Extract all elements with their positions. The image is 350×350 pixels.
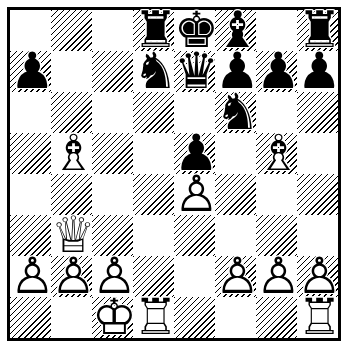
piece-outline-glyph: ♗ xyxy=(51,133,92,174)
square-c7[interactable] xyxy=(92,51,133,92)
piece-outline-glyph: ♖ xyxy=(297,297,338,338)
piece-fill-glyph: ♝ xyxy=(256,133,297,174)
square-c2[interactable]: ♟♙ xyxy=(92,256,133,297)
black-pawn-icon[interactable]: ♟ xyxy=(297,51,338,92)
square-f6[interactable]: ♞ xyxy=(215,92,256,133)
square-g6[interactable] xyxy=(256,92,297,133)
square-b4[interactable] xyxy=(51,174,92,215)
black-knight-icon[interactable]: ♞ xyxy=(133,51,174,92)
piece-fill-glyph: ♞ xyxy=(215,92,256,133)
piece-fill-glyph: ♟ xyxy=(174,133,215,174)
square-e2[interactable] xyxy=(174,256,215,297)
black-pawn-icon[interactable]: ♟ xyxy=(256,51,297,92)
square-h8[interactable]: ♜ xyxy=(297,10,338,51)
square-e5[interactable]: ♟ xyxy=(174,133,215,174)
chess-diagram-page: ♜♚♝♜♟♞♛♟♟♟♞♝♗♟♝♗♟♙♛♕♟♙♟♙♟♙♟♙♟♙♟♙♚♔♜♖♜♖ xyxy=(0,0,350,350)
piece-fill-glyph: ♟ xyxy=(174,174,215,215)
square-a5[interactable] xyxy=(10,133,51,174)
white-bishop-icon[interactable]: ♝♗ xyxy=(51,133,92,174)
black-knight-icon[interactable]: ♞ xyxy=(215,92,256,133)
white-rook-icon[interactable]: ♜♖ xyxy=(297,297,338,338)
square-h7[interactable]: ♟ xyxy=(297,51,338,92)
piece-fill-glyph: ♜ xyxy=(133,10,174,51)
piece-outline-glyph: ♙ xyxy=(215,256,256,297)
piece-outline-glyph: ♖ xyxy=(133,297,174,338)
square-h1[interactable]: ♜♖ xyxy=(297,297,338,338)
black-king-icon[interactable]: ♚ xyxy=(174,10,215,51)
square-b1[interactable] xyxy=(51,297,92,338)
square-h6[interactable] xyxy=(297,92,338,133)
chess-board: ♜♚♝♜♟♞♛♟♟♟♞♝♗♟♝♗♟♙♛♕♟♙♟♙♟♙♟♙♟♙♟♙♚♔♜♖♜♖ xyxy=(7,7,341,341)
square-d6[interactable] xyxy=(133,92,174,133)
square-e3[interactable] xyxy=(174,215,215,256)
white-pawn-icon[interactable]: ♟♙ xyxy=(215,256,256,297)
piece-outline-glyph: ♙ xyxy=(174,174,215,215)
black-pawn-icon[interactable]: ♟ xyxy=(215,51,256,92)
piece-fill-glyph: ♛ xyxy=(51,215,92,256)
piece-outline-glyph: ♗ xyxy=(256,133,297,174)
black-queen-icon[interactable]: ♛ xyxy=(174,51,215,92)
square-g7[interactable]: ♟ xyxy=(256,51,297,92)
square-g3[interactable] xyxy=(256,215,297,256)
black-pawn-icon[interactable]: ♟ xyxy=(174,133,215,174)
square-f5[interactable] xyxy=(215,133,256,174)
square-g1[interactable] xyxy=(256,297,297,338)
piece-outline-glyph: ♙ xyxy=(51,256,92,297)
piece-fill-glyph: ♟ xyxy=(215,51,256,92)
square-e7[interactable]: ♛ xyxy=(174,51,215,92)
square-b2[interactable]: ♟♙ xyxy=(51,256,92,297)
square-f7[interactable]: ♟ xyxy=(215,51,256,92)
piece-fill-glyph: ♟ xyxy=(256,51,297,92)
square-d4[interactable] xyxy=(133,174,174,215)
piece-fill-glyph: ♜ xyxy=(297,297,338,338)
square-e6[interactable] xyxy=(174,92,215,133)
square-f1[interactable] xyxy=(215,297,256,338)
white-pawn-icon[interactable]: ♟♙ xyxy=(297,256,338,297)
square-f4[interactable] xyxy=(215,174,256,215)
piece-outline-glyph: ♙ xyxy=(297,256,338,297)
square-c4[interactable] xyxy=(92,174,133,215)
piece-fill-glyph: ♟ xyxy=(297,51,338,92)
square-g8[interactable] xyxy=(256,10,297,51)
white-queen-icon[interactable]: ♛♕ xyxy=(51,215,92,256)
piece-fill-glyph: ♟ xyxy=(51,256,92,297)
piece-fill-glyph: ♟ xyxy=(297,256,338,297)
piece-fill-glyph: ♟ xyxy=(92,256,133,297)
square-e8[interactable]: ♚ xyxy=(174,10,215,51)
square-a7[interactable]: ♟ xyxy=(10,51,51,92)
white-king-icon[interactable]: ♚♔ xyxy=(92,297,133,338)
square-c6[interactable] xyxy=(92,92,133,133)
white-pawn-icon[interactable]: ♟♙ xyxy=(51,256,92,297)
piece-fill-glyph: ♚ xyxy=(174,10,215,51)
white-rook-icon[interactable]: ♜♖ xyxy=(133,297,174,338)
white-pawn-icon[interactable]: ♟♙ xyxy=(10,256,51,297)
square-g5[interactable]: ♝♗ xyxy=(256,133,297,174)
square-d7[interactable]: ♞ xyxy=(133,51,174,92)
square-d5[interactable] xyxy=(133,133,174,174)
piece-outline-glyph: ♙ xyxy=(256,256,297,297)
square-f2[interactable]: ♟♙ xyxy=(215,256,256,297)
piece-fill-glyph: ♛ xyxy=(174,51,215,92)
square-g2[interactable]: ♟♙ xyxy=(256,256,297,297)
piece-fill-glyph: ♟ xyxy=(256,256,297,297)
square-c5[interactable] xyxy=(92,133,133,174)
square-h3[interactable] xyxy=(297,215,338,256)
piece-fill-glyph: ♜ xyxy=(297,10,338,51)
piece-fill-glyph: ♜ xyxy=(133,297,174,338)
square-f3[interactable] xyxy=(215,215,256,256)
square-d1[interactable]: ♜♖ xyxy=(133,297,174,338)
black-rook-icon[interactable]: ♜ xyxy=(297,10,338,51)
white-pawn-icon[interactable]: ♟♙ xyxy=(174,174,215,215)
square-d2[interactable] xyxy=(133,256,174,297)
white-bishop-icon[interactable]: ♝♗ xyxy=(256,133,297,174)
white-pawn-icon[interactable]: ♟♙ xyxy=(92,256,133,297)
square-a6[interactable] xyxy=(10,92,51,133)
square-b8[interactable] xyxy=(51,10,92,51)
square-a1[interactable] xyxy=(10,297,51,338)
piece-fill-glyph: ♞ xyxy=(133,51,174,92)
square-h5[interactable] xyxy=(297,133,338,174)
square-a2[interactable]: ♟♙ xyxy=(10,256,51,297)
square-e4[interactable]: ♟♙ xyxy=(174,174,215,215)
square-c8[interactable] xyxy=(92,10,133,51)
square-h2[interactable]: ♟♙ xyxy=(297,256,338,297)
piece-outline-glyph: ♙ xyxy=(92,256,133,297)
square-h4[interactable] xyxy=(297,174,338,215)
white-pawn-icon[interactable]: ♟♙ xyxy=(256,256,297,297)
square-d3[interactable] xyxy=(133,215,174,256)
piece-fill-glyph: ♝ xyxy=(215,10,256,51)
square-a4[interactable] xyxy=(10,174,51,215)
piece-fill-glyph: ♟ xyxy=(10,51,51,92)
square-a3[interactable] xyxy=(10,215,51,256)
piece-outline-glyph: ♙ xyxy=(10,256,51,297)
square-c1[interactable]: ♚♔ xyxy=(92,297,133,338)
square-d8[interactable]: ♜ xyxy=(133,10,174,51)
black-bishop-icon[interactable]: ♝ xyxy=(215,10,256,51)
piece-outline-glyph: ♕ xyxy=(51,215,92,256)
square-c3[interactable] xyxy=(92,215,133,256)
square-b5[interactable]: ♝♗ xyxy=(51,133,92,174)
piece-fill-glyph: ♚ xyxy=(92,297,133,338)
piece-outline-glyph: ♔ xyxy=(92,297,133,338)
square-a8[interactable] xyxy=(10,10,51,51)
square-b7[interactable] xyxy=(51,51,92,92)
square-b6[interactable] xyxy=(51,92,92,133)
square-b3[interactable]: ♛♕ xyxy=(51,215,92,256)
square-f8[interactable]: ♝ xyxy=(215,10,256,51)
square-g4[interactable] xyxy=(256,174,297,215)
piece-fill-glyph: ♟ xyxy=(215,256,256,297)
black-rook-icon[interactable]: ♜ xyxy=(133,10,174,51)
square-e1[interactable] xyxy=(174,297,215,338)
piece-fill-glyph: ♝ xyxy=(51,133,92,174)
piece-fill-glyph: ♟ xyxy=(10,256,51,297)
black-pawn-icon[interactable]: ♟ xyxy=(10,51,51,92)
